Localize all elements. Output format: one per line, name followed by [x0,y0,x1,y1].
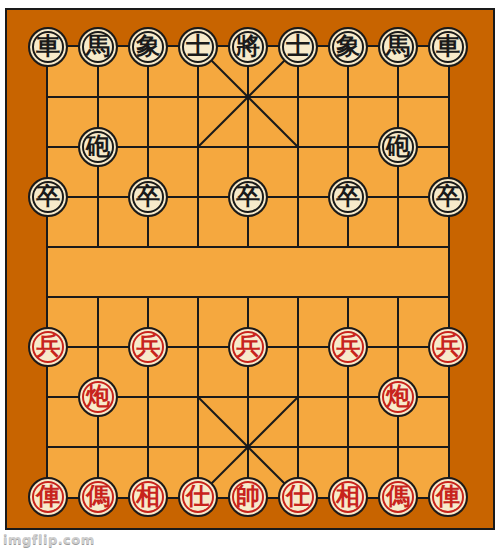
piece-glyph: 兵 [136,334,160,358]
piece-glyph: 士 [286,34,310,58]
piece-red-炮-r7c7[interactable]: 炮 [378,377,418,417]
piece-black-卒-r3c8[interactable]: 卒 [428,177,468,217]
piece-red-仕-r9c5[interactable]: 仕 [278,477,318,517]
piece-glyph: 卒 [336,184,360,208]
piece-glyph: 象 [336,34,360,58]
piece-red-俥-r9c0[interactable]: 俥 [28,477,68,517]
piece-red-傌-r9c1[interactable]: 傌 [78,477,118,517]
piece-black-卒-r3c2[interactable]: 卒 [128,177,168,217]
board-grid [48,47,448,497]
piece-glyph: 俥 [36,484,60,508]
piece-black-象-r0c2[interactable]: 象 [128,27,168,67]
piece-red-相-r9c2[interactable]: 相 [128,477,168,517]
piece-glyph: 相 [336,484,360,508]
piece-glyph: 兵 [436,334,460,358]
piece-glyph: 相 [136,484,160,508]
piece-black-砲-r2c1[interactable]: 砲 [78,127,118,167]
piece-black-將-r0c4[interactable]: 將 [228,27,268,67]
imgflip-watermark: imgflip.com [3,532,95,547]
piece-black-馬-r0c1[interactable]: 馬 [78,27,118,67]
piece-red-相-r9c6[interactable]: 相 [328,477,368,517]
piece-red-炮-r7c1[interactable]: 炮 [78,377,118,417]
piece-black-卒-r3c4[interactable]: 卒 [228,177,268,217]
piece-glyph: 仕 [186,484,210,508]
piece-red-兵-r6c0[interactable]: 兵 [28,327,68,367]
piece-black-卒-r3c0[interactable]: 卒 [28,177,68,217]
piece-red-兵-r6c6[interactable]: 兵 [328,327,368,367]
xiangqi-screenshot: 車馬象士將士象馬車砲砲卒卒卒卒卒兵兵兵兵兵炮炮俥傌相仕帥仕相傌俥 imgflip… [0,0,500,550]
piece-glyph: 兵 [36,334,60,358]
piece-glyph: 將 [236,34,260,58]
piece-black-卒-r3c6[interactable]: 卒 [328,177,368,217]
piece-glyph: 帥 [236,484,260,508]
piece-glyph: 兵 [336,334,360,358]
piece-red-俥-r9c8[interactable]: 俥 [428,477,468,517]
piece-glyph: 卒 [436,184,460,208]
xiangqi-board: 車馬象士將士象馬車砲砲卒卒卒卒卒兵兵兵兵兵炮炮俥傌相仕帥仕相傌俥 [5,8,495,530]
piece-glyph: 傌 [386,484,410,508]
piece-glyph: 馬 [86,34,110,58]
piece-black-象-r0c6[interactable]: 象 [328,27,368,67]
piece-glyph: 炮 [386,384,410,408]
piece-glyph: 砲 [86,134,110,158]
piece-red-兵-r6c8[interactable]: 兵 [428,327,468,367]
board-field[interactable]: 車馬象士將士象馬車砲砲卒卒卒卒卒兵兵兵兵兵炮炮俥傌相仕帥仕相傌俥 [46,45,450,499]
piece-black-砲-r2c7[interactable]: 砲 [378,127,418,167]
piece-red-帥-r9c4[interactable]: 帥 [228,477,268,517]
piece-glyph: 象 [136,34,160,58]
piece-glyph: 卒 [36,184,60,208]
piece-black-士-r0c5[interactable]: 士 [278,27,318,67]
piece-red-兵-r6c4[interactable]: 兵 [228,327,268,367]
piece-red-仕-r9c3[interactable]: 仕 [178,477,218,517]
piece-glyph: 傌 [86,484,110,508]
piece-glyph: 炮 [86,384,110,408]
piece-glyph: 仕 [286,484,310,508]
piece-glyph: 兵 [236,334,260,358]
piece-black-士-r0c3[interactable]: 士 [178,27,218,67]
piece-glyph: 車 [436,34,460,58]
piece-black-車-r0c8[interactable]: 車 [428,27,468,67]
piece-black-車-r0c0[interactable]: 車 [28,27,68,67]
piece-red-兵-r6c2[interactable]: 兵 [128,327,168,367]
piece-glyph: 車 [36,34,60,58]
piece-glyph: 士 [186,34,210,58]
piece-red-傌-r9c7[interactable]: 傌 [378,477,418,517]
piece-glyph: 卒 [236,184,260,208]
piece-black-馬-r0c7[interactable]: 馬 [378,27,418,67]
piece-glyph: 卒 [136,184,160,208]
piece-glyph: 馬 [386,34,410,58]
piece-glyph: 俥 [436,484,460,508]
piece-glyph: 砲 [386,134,410,158]
